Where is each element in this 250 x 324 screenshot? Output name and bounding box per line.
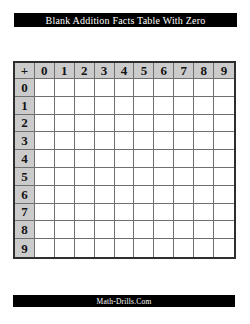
answer-cell-4-plus-7[interactable]: [174, 150, 194, 168]
answer-cell-4-plus-9[interactable]: [214, 150, 234, 168]
answer-cell-7-plus-6[interactable]: [154, 204, 174, 222]
worksheet-title-bar: Blank Addition Facts Table With Zero: [14, 13, 237, 27]
row-header-cell-7: 7: [15, 204, 35, 222]
answer-cell-0-plus-2[interactable]: [75, 79, 95, 97]
answer-cell-6-plus-2[interactable]: [75, 186, 95, 204]
answer-cell-2-plus-8[interactable]: [194, 115, 214, 133]
answer-cell-9-plus-2[interactable]: [75, 239, 95, 257]
answer-cell-5-plus-7[interactable]: [174, 168, 194, 186]
answer-cell-7-plus-4[interactable]: [115, 204, 135, 222]
answer-cell-8-plus-3[interactable]: [95, 221, 115, 239]
answer-cell-2-plus-1[interactable]: [55, 115, 75, 133]
answer-cell-8-plus-8[interactable]: [194, 221, 214, 239]
answer-cell-8-plus-7[interactable]: [174, 221, 194, 239]
answer-cell-1-plus-0[interactable]: [35, 97, 55, 115]
answer-cell-8-plus-4[interactable]: [115, 221, 135, 239]
answer-cell-0-plus-4[interactable]: [115, 79, 135, 97]
answer-cell-6-plus-5[interactable]: [134, 186, 154, 204]
answer-cell-1-plus-9[interactable]: [214, 97, 234, 115]
answer-cell-7-plus-1[interactable]: [55, 204, 75, 222]
answer-cell-8-plus-6[interactable]: [154, 221, 174, 239]
col-header-cell-9: 9: [214, 63, 234, 79]
col-header-cell-8: 8: [194, 63, 214, 79]
answer-cell-3-plus-6[interactable]: [154, 132, 174, 150]
answer-cell-0-plus-1[interactable]: [55, 79, 75, 97]
answer-cell-8-plus-5[interactable]: [134, 221, 154, 239]
row-header-cell-1: 1: [15, 97, 35, 115]
answer-cell-8-plus-9[interactable]: [214, 221, 234, 239]
answer-cell-3-plus-7[interactable]: [174, 132, 194, 150]
answer-cell-3-plus-4[interactable]: [115, 132, 135, 150]
answer-cell-9-plus-8[interactable]: [194, 239, 214, 257]
corner-operator-cell: +: [15, 63, 35, 79]
answer-cell-1-plus-2[interactable]: [75, 97, 95, 115]
worksheet-title: Blank Addition Facts Table With Zero: [46, 15, 206, 26]
answer-cell-6-plus-3[interactable]: [95, 186, 115, 204]
row-header-cell-2: 2: [15, 115, 35, 133]
answer-cell-0-plus-9[interactable]: [214, 79, 234, 97]
answer-cell-4-plus-1[interactable]: [55, 150, 75, 168]
answer-cell-3-plus-3[interactable]: [95, 132, 115, 150]
answer-cell-0-plus-3[interactable]: [95, 79, 115, 97]
answer-cell-4-plus-3[interactable]: [95, 150, 115, 168]
answer-cell-4-plus-8[interactable]: [194, 150, 214, 168]
answer-cell-0-plus-7[interactable]: [174, 79, 194, 97]
answer-cell-4-plus-5[interactable]: [134, 150, 154, 168]
answer-cell-2-plus-9[interactable]: [214, 115, 234, 133]
answer-cell-2-plus-0[interactable]: [35, 115, 55, 133]
row-header-cell-0: 0: [15, 79, 35, 97]
answer-cell-2-plus-5[interactable]: [134, 115, 154, 133]
answer-cell-9-plus-5[interactable]: [134, 239, 154, 257]
answer-cell-6-plus-8[interactable]: [194, 186, 214, 204]
col-header-cell-1: 1: [55, 63, 75, 79]
answer-cell-0-plus-5[interactable]: [134, 79, 154, 97]
answer-cell-5-plus-3[interactable]: [95, 168, 115, 186]
answer-cell-4-plus-4[interactable]: [115, 150, 135, 168]
answer-cell-8-plus-1[interactable]: [55, 221, 75, 239]
answer-cell-7-plus-0[interactable]: [35, 204, 55, 222]
answer-cell-6-plus-6[interactable]: [154, 186, 174, 204]
answer-cell-5-plus-4[interactable]: [115, 168, 135, 186]
answer-cell-0-plus-8[interactable]: [194, 79, 214, 97]
answer-cell-1-plus-5[interactable]: [134, 97, 154, 115]
answer-cell-6-plus-4[interactable]: [115, 186, 135, 204]
answer-cell-0-plus-0[interactable]: [35, 79, 55, 97]
row-header-cell-3: 3: [15, 132, 35, 150]
answer-cell-9-plus-7[interactable]: [174, 239, 194, 257]
addition-facts-grid: +01234567890123456789: [13, 61, 236, 259]
answer-cell-7-plus-5[interactable]: [134, 204, 154, 222]
answer-cell-1-plus-3[interactable]: [95, 97, 115, 115]
row-header-cell-9: 9: [15, 239, 35, 257]
answer-cell-6-plus-0[interactable]: [35, 186, 55, 204]
answer-cell-5-plus-8[interactable]: [194, 168, 214, 186]
answer-cell-1-plus-6[interactable]: [154, 97, 174, 115]
row-header-cell-8: 8: [15, 221, 35, 239]
answer-cell-2-plus-3[interactable]: [95, 115, 115, 133]
col-header-cell-2: 2: [75, 63, 95, 79]
answer-cell-7-plus-9[interactable]: [214, 204, 234, 222]
footer-label: Math-Drills.Com: [97, 297, 152, 306]
answer-cell-2-plus-2[interactable]: [75, 115, 95, 133]
col-header-cell-4: 4: [115, 63, 135, 79]
answer-cell-0-plus-6[interactable]: [154, 79, 174, 97]
answer-cell-1-plus-4[interactable]: [115, 97, 135, 115]
answer-cell-9-plus-0[interactable]: [35, 239, 55, 257]
col-header-cell-6: 6: [154, 63, 174, 79]
row-header-cell-6: 6: [15, 186, 35, 204]
row-header-cell-5: 5: [15, 168, 35, 186]
answer-cell-7-plus-3[interactable]: [95, 204, 115, 222]
col-header-cell-7: 7: [174, 63, 194, 79]
col-header-cell-0: 0: [35, 63, 55, 79]
answer-cell-1-plus-7[interactable]: [174, 97, 194, 115]
answer-cell-5-plus-2[interactable]: [75, 168, 95, 186]
answer-cell-3-plus-5[interactable]: [134, 132, 154, 150]
answer-cell-9-plus-3[interactable]: [95, 239, 115, 257]
answer-cell-6-plus-1[interactable]: [55, 186, 75, 204]
answer-cell-8-plus-0[interactable]: [35, 221, 55, 239]
answer-cell-1-plus-8[interactable]: [194, 97, 214, 115]
answer-cell-4-plus-0[interactable]: [35, 150, 55, 168]
answer-cell-3-plus-0[interactable]: [35, 132, 55, 150]
answer-cell-9-plus-4[interactable]: [115, 239, 135, 257]
answer-cell-2-plus-4[interactable]: [115, 115, 135, 133]
answer-cell-5-plus-9[interactable]: [214, 168, 234, 186]
answer-cell-9-plus-6[interactable]: [154, 239, 174, 257]
answer-cell-5-plus-5[interactable]: [134, 168, 154, 186]
answer-cell-5-plus-1[interactable]: [55, 168, 75, 186]
worksheet-page: Blank Addition Facts Table With Zero +01…: [0, 0, 250, 324]
answer-cell-7-plus-7[interactable]: [174, 204, 194, 222]
answer-cell-2-plus-7[interactable]: [174, 115, 194, 133]
answer-cell-3-plus-1[interactable]: [55, 132, 75, 150]
answer-cell-6-plus-9[interactable]: [214, 186, 234, 204]
answer-cell-9-plus-9[interactable]: [214, 239, 234, 257]
answer-cell-4-plus-2[interactable]: [75, 150, 95, 168]
answer-cell-5-plus-6[interactable]: [154, 168, 174, 186]
answer-cell-8-plus-2[interactable]: [75, 221, 95, 239]
answer-cell-3-plus-8[interactable]: [194, 132, 214, 150]
row-header-cell-4: 4: [15, 150, 35, 168]
answer-cell-4-plus-6[interactable]: [154, 150, 174, 168]
answer-cell-7-plus-2[interactable]: [75, 204, 95, 222]
answer-cell-7-plus-8[interactable]: [194, 204, 214, 222]
col-header-cell-3: 3: [95, 63, 115, 79]
answer-cell-1-plus-1[interactable]: [55, 97, 75, 115]
answer-cell-3-plus-2[interactable]: [75, 132, 95, 150]
col-header-cell-5: 5: [134, 63, 154, 79]
answer-cell-3-plus-9[interactable]: [214, 132, 234, 150]
footer-bar: Math-Drills.Com: [13, 295, 235, 307]
answer-cell-5-plus-0[interactable]: [35, 168, 55, 186]
answer-cell-2-plus-6[interactable]: [154, 115, 174, 133]
answer-cell-9-plus-1[interactable]: [55, 239, 75, 257]
answer-cell-6-plus-7[interactable]: [174, 186, 194, 204]
